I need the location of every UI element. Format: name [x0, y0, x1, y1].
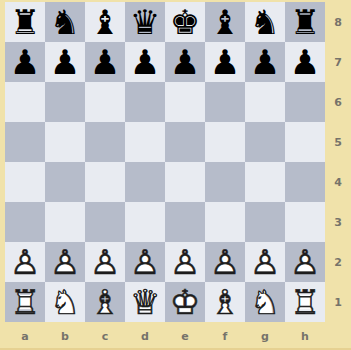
piece-black-bishop[interactable]: ♝ [205, 2, 245, 42]
square-f7[interactable]: ♟ [205, 42, 245, 82]
square-e1[interactable]: ♚♔ [165, 282, 205, 322]
file-label-c: c [85, 322, 125, 350]
square-c6[interactable] [85, 82, 125, 122]
square-b3[interactable] [45, 202, 85, 242]
file-label-d: d [125, 322, 165, 350]
square-h3[interactable] [285, 202, 325, 242]
square-b6[interactable] [45, 82, 85, 122]
square-b2[interactable]: ♟♙ [45, 242, 85, 282]
piece-black-bishop[interactable]: ♝ [85, 2, 125, 42]
square-a1[interactable]: ♜♖ [5, 282, 45, 322]
piece-white-bishop-outline[interactable]: ♗ [205, 282, 245, 322]
square-e5[interactable] [165, 122, 205, 162]
rank-label-4: 4 [325, 162, 351, 202]
square-a3[interactable] [5, 202, 45, 242]
piece-black-knight[interactable]: ♞ [45, 2, 85, 42]
file-label-h: h [285, 322, 325, 350]
square-g3[interactable] [245, 202, 285, 242]
piece-white-pawn-outline[interactable]: ♙ [45, 242, 85, 282]
square-f3[interactable] [205, 202, 245, 242]
file-label-f: f [205, 322, 245, 350]
piece-white-pawn-outline[interactable]: ♙ [125, 242, 165, 282]
piece-white-knight-outline[interactable]: ♘ [45, 282, 85, 322]
piece-black-king[interactable]: ♚ [165, 2, 205, 42]
rank-label-3: 3 [325, 202, 351, 242]
piece-black-pawn[interactable]: ♟ [5, 42, 45, 82]
square-b7[interactable]: ♟ [45, 42, 85, 82]
rank-label-2: 2 [325, 242, 351, 282]
square-g1[interactable]: ♞♘ [245, 282, 285, 322]
square-f5[interactable] [205, 122, 245, 162]
square-d2[interactable]: ♟♙ [125, 242, 165, 282]
file-label-g: g [245, 322, 285, 350]
square-a2[interactable]: ♟♙ [5, 242, 45, 282]
rank-label-7: 7 [325, 42, 351, 82]
rank-label-8: 8 [325, 2, 351, 42]
chess-board: ♜♞♝♛♚♝♞♜♟♟♟♟♟♟♟♟♟♙♟♙♟♙♟♙♟♙♟♙♟♙♟♙♜♖♞♘♝♗♛♕… [5, 2, 325, 322]
square-a6[interactable] [5, 82, 45, 122]
square-a5[interactable] [5, 122, 45, 162]
piece-white-pawn-outline[interactable]: ♙ [205, 242, 245, 282]
square-g7[interactable]: ♟ [245, 42, 285, 82]
piece-white-queen-outline[interactable]: ♕ [125, 282, 165, 322]
square-c7[interactable]: ♟ [85, 42, 125, 82]
square-c4[interactable] [85, 162, 125, 202]
piece-white-pawn-outline[interactable]: ♙ [245, 242, 285, 282]
square-d1[interactable]: ♛♕ [125, 282, 165, 322]
rank-labels: 87654321 [325, 2, 351, 322]
piece-white-pawn-outline[interactable]: ♙ [165, 242, 205, 282]
square-d6[interactable] [125, 82, 165, 122]
piece-white-pawn-outline[interactable]: ♙ [5, 242, 45, 282]
square-g6[interactable] [245, 82, 285, 122]
square-a7[interactable]: ♟ [5, 42, 45, 82]
piece-black-pawn[interactable]: ♟ [165, 42, 205, 82]
square-e8[interactable]: ♚ [165, 2, 205, 42]
square-f4[interactable] [205, 162, 245, 202]
piece-black-pawn[interactable]: ♟ [45, 42, 85, 82]
piece-black-pawn[interactable]: ♟ [245, 42, 285, 82]
square-c2[interactable]: ♟♙ [85, 242, 125, 282]
square-c8[interactable]: ♝ [85, 2, 125, 42]
square-c5[interactable] [85, 122, 125, 162]
rank-label-1: 1 [325, 282, 351, 322]
square-e2[interactable]: ♟♙ [165, 242, 205, 282]
rank-label-6: 6 [325, 82, 351, 122]
square-g2[interactable]: ♟♙ [245, 242, 285, 282]
square-g5[interactable] [245, 122, 285, 162]
piece-white-rook-outline[interactable]: ♖ [5, 282, 45, 322]
square-f1[interactable]: ♝♗ [205, 282, 245, 322]
square-a4[interactable] [5, 162, 45, 202]
piece-white-pawn-outline[interactable]: ♙ [285, 242, 325, 282]
piece-black-pawn[interactable]: ♟ [85, 42, 125, 82]
piece-black-pawn[interactable]: ♟ [285, 42, 325, 82]
square-f2[interactable]: ♟♙ [205, 242, 245, 282]
square-e4[interactable] [165, 162, 205, 202]
square-h8[interactable]: ♜ [285, 2, 325, 42]
rank-label-5: 5 [325, 122, 351, 162]
square-h2[interactable]: ♟♙ [285, 242, 325, 282]
square-h6[interactable] [285, 82, 325, 122]
square-h7[interactable]: ♟ [285, 42, 325, 82]
square-d8[interactable]: ♛ [125, 2, 165, 42]
square-f6[interactable] [205, 82, 245, 122]
piece-white-knight-outline[interactable]: ♘ [245, 282, 285, 322]
square-g4[interactable] [245, 162, 285, 202]
piece-white-king-outline[interactable]: ♔ [165, 282, 205, 322]
square-e7[interactable]: ♟ [165, 42, 205, 82]
chess-board-frame: ♜♞♝♛♚♝♞♜♟♟♟♟♟♟♟♟♟♙♟♙♟♙♟♙♟♙♟♙♟♙♟♙♜♖♞♘♝♗♛♕… [0, 0, 351, 350]
piece-white-rook-outline[interactable]: ♖ [285, 282, 325, 322]
square-b4[interactable] [45, 162, 85, 202]
piece-black-pawn[interactable]: ♟ [125, 42, 165, 82]
square-b5[interactable] [45, 122, 85, 162]
piece-black-queen[interactable]: ♛ [125, 2, 165, 42]
square-a8[interactable]: ♜ [5, 2, 45, 42]
file-label-a: a [5, 322, 45, 350]
piece-black-pawn[interactable]: ♟ [205, 42, 245, 82]
square-g8[interactable]: ♞ [245, 2, 285, 42]
square-h1[interactable]: ♜♖ [285, 282, 325, 322]
square-c1[interactable]: ♝♗ [85, 282, 125, 322]
square-d7[interactable]: ♟ [125, 42, 165, 82]
square-c3[interactable] [85, 202, 125, 242]
piece-white-pawn-outline[interactable]: ♙ [85, 242, 125, 282]
square-d5[interactable] [125, 122, 165, 162]
square-b8[interactable]: ♞ [45, 2, 85, 42]
file-label-b: b [45, 322, 85, 350]
square-e6[interactable] [165, 82, 205, 122]
file-labels: abcdefgh [5, 322, 325, 350]
square-h4[interactable] [285, 162, 325, 202]
piece-black-knight[interactable]: ♞ [245, 2, 285, 42]
piece-black-rook[interactable]: ♜ [5, 2, 45, 42]
piece-black-rook[interactable]: ♜ [285, 2, 325, 42]
square-f8[interactable]: ♝ [205, 2, 245, 42]
square-e3[interactable] [165, 202, 205, 242]
square-d3[interactable] [125, 202, 165, 242]
file-label-e: e [165, 322, 205, 350]
square-h5[interactable] [285, 122, 325, 162]
square-b1[interactable]: ♞♘ [45, 282, 85, 322]
square-d4[interactable] [125, 162, 165, 202]
piece-white-bishop-outline[interactable]: ♗ [85, 282, 125, 322]
